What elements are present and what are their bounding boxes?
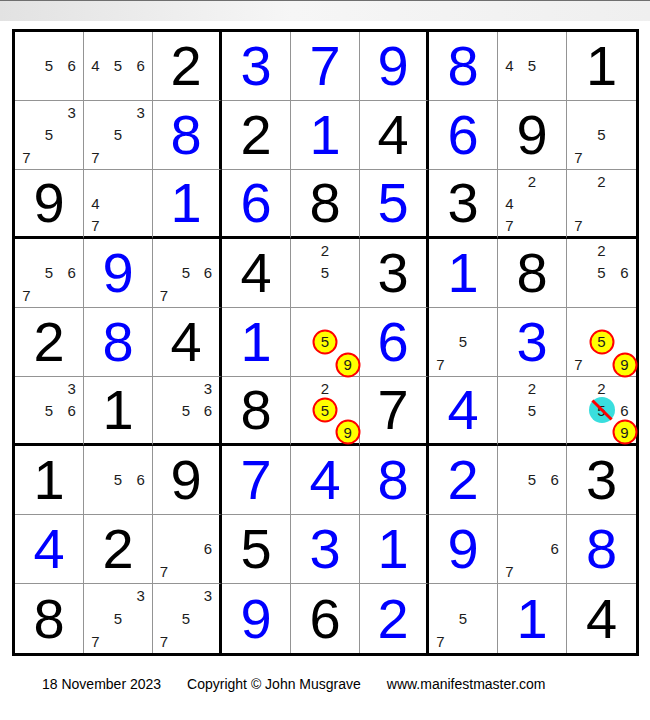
candidate-slot-empty xyxy=(175,538,197,561)
candidate-slot-empty xyxy=(336,284,359,307)
cell-r2c1[interactable]: 357 xyxy=(15,101,84,170)
candidate-slot-empty xyxy=(498,515,521,538)
candidate-slot-empty xyxy=(521,32,544,55)
cell-r9c5[interactable]: 6 xyxy=(291,584,360,653)
cell-r9c2[interactable]: 357 xyxy=(84,584,153,653)
cell-r2c9[interactable]: 57 xyxy=(567,101,636,170)
candidate-grid: 357 xyxy=(84,101,152,169)
candidate-slot-empty xyxy=(38,284,61,307)
cell-r1c4[interactable]: 3 xyxy=(222,32,291,101)
candidate-9-highlighted: 9 xyxy=(613,353,636,376)
candidate-slot-empty xyxy=(498,377,521,399)
given-digit: 4 xyxy=(377,107,408,163)
candidate-slot-empty xyxy=(15,77,38,100)
candidate-7: 7 xyxy=(498,560,521,583)
candidate-5: 5 xyxy=(521,399,544,421)
candidate-slot-empty xyxy=(590,101,613,124)
candidate-slot-empty xyxy=(291,399,314,421)
solved-digit: 1 xyxy=(377,521,408,577)
given-digit: 8 xyxy=(516,245,547,301)
cell-r7c3[interactable]: 9 xyxy=(153,446,222,515)
candidate-6: 6 xyxy=(60,399,83,421)
candidate-slot-empty xyxy=(498,32,521,55)
given-digit: 2 xyxy=(102,521,133,577)
candidate-slot-empty xyxy=(543,55,566,78)
candidate-grid: 67 xyxy=(498,515,566,583)
cell-r5c5[interactable]: 59 xyxy=(291,308,360,377)
candidate-slot-empty xyxy=(129,630,152,653)
given-digit: 2 xyxy=(240,107,271,163)
cell-r9c6[interactable]: 2 xyxy=(360,584,429,653)
candidate-slot-empty xyxy=(429,607,452,630)
candidate-7: 7 xyxy=(429,353,452,376)
candidate-slot-empty xyxy=(107,630,130,653)
cell-r5c2[interactable]: 8 xyxy=(84,308,153,377)
cell-r1c3[interactable]: 2 xyxy=(153,32,222,101)
cell-r4c7[interactable]: 1 xyxy=(429,239,498,308)
candidate-grid: 357 xyxy=(84,584,152,653)
cell-r8c4[interactable]: 5 xyxy=(222,515,291,584)
candidate-slot-empty xyxy=(197,515,219,538)
candidate-slot-empty xyxy=(84,607,107,630)
candidate-slot-empty xyxy=(38,32,61,55)
cell-r4c2[interactable]: 9 xyxy=(84,239,153,308)
solved-digit: 7 xyxy=(240,452,271,508)
cell-r1c1[interactable]: 56 xyxy=(15,32,84,101)
candidate-3: 3 xyxy=(129,101,152,124)
candidate-grid: 56 xyxy=(15,32,83,100)
given-digit: 8 xyxy=(33,591,64,647)
cell-r3c8[interactable]: 247 xyxy=(498,170,567,239)
candidate-grid: 57 xyxy=(429,584,497,653)
candidate-slot-empty xyxy=(38,101,61,124)
candidate-slot-empty xyxy=(613,239,636,262)
candidate-grid: 256 xyxy=(567,239,636,307)
candidate-slot-empty xyxy=(84,584,107,607)
solved-digit: 9 xyxy=(102,245,133,301)
candidate-5: 5 xyxy=(452,607,475,630)
candidate-9-highlighted: 9 xyxy=(336,353,359,376)
candidate-slot-empty xyxy=(129,214,152,236)
cell-r5c8[interactable]: 3 xyxy=(498,308,567,377)
cell-r1c9[interactable]: 1 xyxy=(567,32,636,101)
candidate-slot-empty xyxy=(15,124,38,147)
cell-r2c6[interactable]: 4 xyxy=(360,101,429,170)
candidate-slot-empty xyxy=(107,446,130,469)
solved-digit: 9 xyxy=(377,38,408,94)
candidate-slot-empty xyxy=(498,170,521,192)
cell-r9c9[interactable]: 4 xyxy=(567,584,636,653)
candidate-slot-empty xyxy=(129,77,152,100)
cell-r7c5[interactable]: 4 xyxy=(291,446,360,515)
candidate-slot-empty xyxy=(314,284,337,307)
candidate-slot-empty xyxy=(474,308,497,331)
candidate-slot-empty xyxy=(590,214,613,236)
given-digit: 6 xyxy=(309,591,340,647)
candidate-7: 7 xyxy=(84,146,107,169)
cell-r1c7[interactable]: 8 xyxy=(429,32,498,101)
candidate-slot-empty xyxy=(429,584,452,607)
candidate-slot-empty xyxy=(129,446,152,469)
candidate-slot-empty xyxy=(107,146,130,169)
cell-r7c7[interactable]: 2 xyxy=(429,446,498,515)
solved-digit: 1 xyxy=(516,591,547,647)
cell-r8c6[interactable]: 1 xyxy=(360,515,429,584)
candidate-2: 2 xyxy=(590,239,613,262)
given-digit: 1 xyxy=(33,452,64,508)
candidate-slot-empty xyxy=(474,584,497,607)
given-digit: 1 xyxy=(586,38,617,94)
cell-r4c5[interactable]: 25 xyxy=(291,239,360,308)
candidate-slot-empty xyxy=(613,284,636,307)
candidate-3: 3 xyxy=(60,101,83,124)
candidate-slot-empty xyxy=(613,214,636,236)
given-digit: 3 xyxy=(586,452,617,508)
solved-digit: 7 xyxy=(309,38,340,94)
candidate-slot-empty xyxy=(107,192,130,214)
cell-r8c2[interactable]: 2 xyxy=(84,515,153,584)
candidate-slot-empty xyxy=(613,192,636,214)
candidate-slot-empty xyxy=(543,170,566,192)
cell-r3c4[interactable]: 6 xyxy=(222,170,291,239)
footer-website[interactable]: www.manifestmaster.com xyxy=(387,676,546,692)
cell-r2c8[interactable]: 9 xyxy=(498,101,567,170)
candidate-5: 5 xyxy=(107,607,130,630)
candidate-5: 5 xyxy=(521,55,544,78)
candidate-slot-empty xyxy=(15,399,38,421)
candidate-slot-empty xyxy=(38,239,61,262)
solved-digit: 8 xyxy=(102,314,133,370)
candidate-slot-empty xyxy=(567,377,590,399)
solved-digit: 9 xyxy=(447,521,478,577)
cell-r5c7[interactable]: 57 xyxy=(429,308,498,377)
candidate-5: 5 xyxy=(175,262,197,285)
cell-r6c3[interactable]: 356 xyxy=(153,377,222,446)
candidate-slot-empty xyxy=(175,284,197,307)
candidate-slot-empty xyxy=(543,214,566,236)
candidate-grid: 356 xyxy=(15,377,83,443)
candidate-slot-empty xyxy=(107,32,130,55)
cell-r7c1[interactable]: 1 xyxy=(15,446,84,515)
solved-digit: 2 xyxy=(447,452,478,508)
candidate-slot-empty xyxy=(291,353,314,376)
candidate-grid: 67 xyxy=(153,515,219,583)
cell-r5c6[interactable]: 6 xyxy=(360,308,429,377)
candidate-6: 6 xyxy=(60,262,83,285)
cell-r5c3[interactable]: 4 xyxy=(153,308,222,377)
cell-r4c3[interactable]: 567 xyxy=(153,239,222,308)
cell-r3c6[interactable]: 5 xyxy=(360,170,429,239)
cell-r8c9[interactable]: 8 xyxy=(567,515,636,584)
candidate-slot-empty xyxy=(291,308,314,331)
candidate-slot-empty xyxy=(291,239,314,262)
candidate-4: 4 xyxy=(84,55,107,78)
candidate-slot-empty xyxy=(567,421,590,443)
cell-r2c4[interactable]: 2 xyxy=(222,101,291,170)
cell-r6c1[interactable]: 356 xyxy=(15,377,84,446)
candidate-slot-empty xyxy=(521,77,544,100)
candidate-6: 6 xyxy=(60,55,83,78)
candidate-7: 7 xyxy=(567,146,590,169)
candidate-slot-empty xyxy=(521,214,544,236)
cell-r3c3[interactable]: 1 xyxy=(153,170,222,239)
candidate-7: 7 xyxy=(567,214,590,236)
candidate-slot-empty xyxy=(543,446,566,469)
candidate-6: 6 xyxy=(543,469,566,492)
given-digit: 8 xyxy=(309,175,340,231)
candidate-slot-empty xyxy=(153,515,175,538)
cell-r6c5[interactable]: 259 xyxy=(291,377,360,446)
candidate-slot-empty xyxy=(175,584,197,607)
candidate-4: 4 xyxy=(498,55,521,78)
candidate-grid: 56 xyxy=(498,446,566,514)
given-digit: 1 xyxy=(102,382,133,438)
cell-r6c9[interactable]: 2569 xyxy=(567,377,636,446)
candidate-slot-empty xyxy=(84,101,107,124)
candidate-slot-empty xyxy=(498,399,521,421)
candidate-slot-empty xyxy=(175,239,197,262)
candidate-grid: 456 xyxy=(84,32,152,100)
cell-r4c6[interactable]: 3 xyxy=(360,239,429,308)
candidate-slot-empty xyxy=(129,170,152,192)
candidate-slot-empty xyxy=(60,124,83,147)
cell-r8c8[interactable]: 67 xyxy=(498,515,567,584)
candidate-slot-empty xyxy=(474,630,497,653)
cell-r9c7[interactable]: 57 xyxy=(429,584,498,653)
candidate-grid: 47 xyxy=(84,170,152,236)
given-digit: 4 xyxy=(586,591,617,647)
given-digit: 5 xyxy=(240,521,271,577)
candidate-slot-empty xyxy=(153,538,175,561)
candidate-slot-empty xyxy=(291,262,314,285)
candidate-grid: 357 xyxy=(15,101,83,169)
solved-digit: 3 xyxy=(516,314,547,370)
cell-r6c6[interactable]: 7 xyxy=(360,377,429,446)
candidate-slot-empty xyxy=(38,146,61,169)
candidate-slot-empty xyxy=(567,399,590,421)
candidate-slot-empty xyxy=(175,560,197,583)
candidate-slot-empty xyxy=(38,377,61,399)
candidate-slot-empty xyxy=(590,192,613,214)
candidate-slot-empty xyxy=(197,239,219,262)
candidate-slot-empty xyxy=(521,421,544,443)
candidate-slot-empty xyxy=(107,584,130,607)
given-digit: 3 xyxy=(377,245,408,301)
candidate-5: 5 xyxy=(38,399,61,421)
candidate-slot-empty xyxy=(84,446,107,469)
candidate-grid: 357 xyxy=(153,584,219,653)
candidate-7: 7 xyxy=(84,214,107,236)
candidate-7: 7 xyxy=(84,630,107,653)
candidate-slot-empty xyxy=(567,284,590,307)
cell-r8c7[interactable]: 9 xyxy=(429,515,498,584)
candidate-slot-empty xyxy=(84,77,107,100)
solved-digit: 5 xyxy=(377,175,408,231)
candidate-slot-empty xyxy=(175,630,197,653)
candidate-slot-empty xyxy=(567,170,590,192)
candidate-slot-empty xyxy=(60,77,83,100)
candidate-5-highlighted: 5 xyxy=(590,331,613,354)
candidate-slot-empty xyxy=(153,584,175,607)
candidate-slot-empty xyxy=(336,331,359,354)
cell-r2c3[interactable]: 8 xyxy=(153,101,222,170)
candidate-grid: 25 xyxy=(498,377,566,443)
candidate-2: 2 xyxy=(521,377,544,399)
candidate-6: 6 xyxy=(613,262,636,285)
candidate-grid: 567 xyxy=(153,239,219,307)
solved-digit: 6 xyxy=(447,107,478,163)
candidate-slot-empty xyxy=(197,607,219,630)
cell-r8c3[interactable]: 67 xyxy=(153,515,222,584)
candidate-slot-empty xyxy=(153,262,175,285)
cell-r1c5[interactable]: 7 xyxy=(291,32,360,101)
candidate-7: 7 xyxy=(153,560,175,583)
cell-r2c2[interactable]: 357 xyxy=(84,101,153,170)
cell-r9c8[interactable]: 1 xyxy=(498,584,567,653)
cell-r7c6[interactable]: 8 xyxy=(360,446,429,515)
cell-r1c8[interactable]: 45 xyxy=(498,32,567,101)
cell-r6c7[interactable]: 4 xyxy=(429,377,498,446)
candidate-slot-empty xyxy=(498,538,521,561)
cell-r4c1[interactable]: 567 xyxy=(15,239,84,308)
candidate-slot-empty xyxy=(543,515,566,538)
candidate-slot-empty xyxy=(452,630,475,653)
candidate-slot-empty xyxy=(521,538,544,561)
candidate-slot-empty xyxy=(613,101,636,124)
solved-digit: 6 xyxy=(240,175,271,231)
candidate-slot-empty xyxy=(153,607,175,630)
cell-r4c9[interactable]: 256 xyxy=(567,239,636,308)
candidate-slot-empty xyxy=(107,491,130,514)
candidate-slot-empty xyxy=(15,101,38,124)
candidate-slot-empty xyxy=(129,192,152,214)
candidate-slot-empty xyxy=(291,331,314,354)
candidate-slot-empty xyxy=(498,421,521,443)
candidate-slot-empty xyxy=(38,421,61,443)
candidate-slot-empty xyxy=(452,353,475,376)
cell-r6c2[interactable]: 1 xyxy=(84,377,153,446)
candidate-slot-empty xyxy=(543,560,566,583)
candidate-5: 5 xyxy=(38,55,61,78)
cell-r2c7[interactable]: 6 xyxy=(429,101,498,170)
cell-r3c9[interactable]: 27 xyxy=(567,170,636,239)
candidate-6: 6 xyxy=(543,538,566,561)
cell-r7c4[interactable]: 7 xyxy=(222,446,291,515)
cell-r8c5[interactable]: 3 xyxy=(291,515,360,584)
given-digit: 8 xyxy=(240,382,271,438)
candidate-slot-empty xyxy=(474,353,497,376)
candidate-slot-empty xyxy=(129,32,152,55)
cell-r4c8[interactable]: 8 xyxy=(498,239,567,308)
candidate-7: 7 xyxy=(15,284,38,307)
candidate-slot-empty xyxy=(567,262,590,285)
candidate-slot-empty xyxy=(129,607,152,630)
candidate-slot-empty xyxy=(153,377,175,399)
candidate-slot-empty xyxy=(590,353,613,376)
cell-r8c1[interactable]: 4 xyxy=(15,515,84,584)
solved-digit: 1 xyxy=(309,107,340,163)
cell-r3c7[interactable]: 3 xyxy=(429,170,498,239)
candidate-6: 6 xyxy=(613,399,636,421)
footer: 18 November 2023 Copyright © John Musgra… xyxy=(42,676,642,692)
candidate-5: 5 xyxy=(521,469,544,492)
candidate-6: 6 xyxy=(129,469,152,492)
candidate-slot-empty xyxy=(613,377,636,399)
candidate-slot-empty xyxy=(590,284,613,307)
given-digit: 2 xyxy=(170,38,201,94)
candidate-slot-empty xyxy=(107,170,130,192)
candidate-slot-empty xyxy=(613,146,636,169)
candidate-5: 5 xyxy=(38,124,61,147)
cell-r3c2[interactable]: 47 xyxy=(84,170,153,239)
candidate-slot-empty xyxy=(129,124,152,147)
cell-r7c2[interactable]: 56 xyxy=(84,446,153,515)
candidate-7: 7 xyxy=(429,630,452,653)
given-digit: 7 xyxy=(377,382,408,438)
cell-r5c4[interactable]: 1 xyxy=(222,308,291,377)
candidate-slot-empty xyxy=(175,377,197,399)
candidate-9-highlighted: 9 xyxy=(613,421,636,443)
cell-r1c6[interactable]: 9 xyxy=(360,32,429,101)
candidate-slot-empty xyxy=(452,584,475,607)
cell-r5c9[interactable]: 579 xyxy=(567,308,636,377)
solved-digit: 3 xyxy=(240,38,271,94)
cell-r6c4[interactable]: 8 xyxy=(222,377,291,446)
cell-r9c3[interactable]: 357 xyxy=(153,584,222,653)
cell-r6c8[interactable]: 25 xyxy=(498,377,567,446)
candidate-3: 3 xyxy=(60,377,83,399)
candidate-slot-empty xyxy=(60,284,83,307)
candidate-2: 2 xyxy=(314,239,337,262)
candidate-slot-empty xyxy=(60,146,83,169)
top-bar xyxy=(0,0,650,21)
candidate-slot-empty xyxy=(107,101,130,124)
cell-r7c9[interactable]: 3 xyxy=(567,446,636,515)
candidate-slot-empty xyxy=(567,308,590,331)
cell-r3c5[interactable]: 8 xyxy=(291,170,360,239)
candidate-2: 2 xyxy=(590,377,613,399)
given-digit: 9 xyxy=(516,107,547,163)
candidate-slot-empty xyxy=(15,421,38,443)
cell-r7c8[interactable]: 56 xyxy=(498,446,567,515)
candidate-6: 6 xyxy=(197,262,219,285)
cell-r2c5[interactable]: 1 xyxy=(291,101,360,170)
candidate-slot-empty xyxy=(590,421,613,443)
candidate-5-eliminated: 5 xyxy=(590,399,613,421)
candidate-3: 3 xyxy=(129,584,152,607)
candidate-slot-empty xyxy=(336,239,359,262)
cell-r1c2[interactable]: 456 xyxy=(84,32,153,101)
cell-r9c4[interactable]: 9 xyxy=(222,584,291,653)
cell-r5c1[interactable]: 2 xyxy=(15,308,84,377)
candidate-3: 3 xyxy=(197,377,219,399)
candidate-slot-empty xyxy=(498,77,521,100)
given-digit: 2 xyxy=(33,314,64,370)
solved-digit: 1 xyxy=(170,175,201,231)
cell-r4c4[interactable]: 4 xyxy=(222,239,291,308)
candidate-slot-empty xyxy=(60,32,83,55)
cell-r3c1[interactable]: 9 xyxy=(15,170,84,239)
candidate-slot-empty xyxy=(498,446,521,469)
candidate-slot-empty xyxy=(474,331,497,354)
given-digit: 9 xyxy=(170,452,201,508)
candidate-5: 5 xyxy=(107,55,130,78)
candidate-slot-empty xyxy=(336,308,359,331)
candidate-slot-empty xyxy=(84,32,107,55)
solved-digit: 3 xyxy=(309,521,340,577)
candidate-7: 7 xyxy=(15,146,38,169)
cell-r9c1[interactable]: 8 xyxy=(15,584,84,653)
